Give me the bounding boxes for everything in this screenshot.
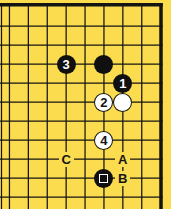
go-board: 3124ABC xyxy=(0,0,171,209)
point-R10: B xyxy=(113,169,132,188)
stone-black-Q16 xyxy=(94,55,113,74)
move-number-2: 2 xyxy=(100,95,107,108)
square-marker-icon xyxy=(99,174,108,183)
point-Q12: 4 xyxy=(94,131,113,150)
stone-black-Q10 xyxy=(94,169,113,188)
stones-layer: 3124ABC xyxy=(0,0,170,207)
move-number-1: 1 xyxy=(119,76,126,89)
stone-black-O16: 3 xyxy=(57,55,76,74)
stone-white-R14 xyxy=(113,93,132,112)
point-R11: A xyxy=(113,150,132,169)
move-number-4: 4 xyxy=(100,133,107,146)
stone-black-R15: 1 xyxy=(113,74,132,93)
point-R14 xyxy=(113,93,132,112)
go-diagram-page: 3124ABC xyxy=(0,0,171,209)
move-number-3: 3 xyxy=(63,57,70,70)
point-Q16 xyxy=(94,55,113,74)
point-Q10 xyxy=(94,169,113,188)
point-label-B: B xyxy=(115,171,130,186)
stone-white-Q14: 2 xyxy=(94,93,113,112)
point-label-A: A xyxy=(115,152,130,167)
point-label-C: C xyxy=(59,152,74,167)
point-R15: 1 xyxy=(113,74,132,93)
stone-white-Q12: 4 xyxy=(94,131,113,150)
point-Q14: 2 xyxy=(94,93,113,112)
point-O11: C xyxy=(57,150,76,169)
point-O16: 3 xyxy=(57,55,76,74)
